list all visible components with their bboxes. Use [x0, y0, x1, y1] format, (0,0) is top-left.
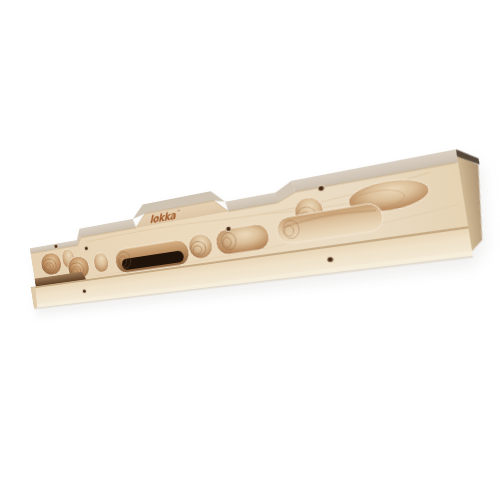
screw-hole-rail-right — [326, 256, 334, 263]
screw-hole-face-left — [84, 246, 89, 251]
screw-hole-rail-left — [82, 289, 87, 294]
screw-hole-face-upper-right — [317, 185, 325, 192]
screw-hole-block-top — [54, 244, 59, 249]
product-photo-canvas: lokka™ — [0, 0, 500, 500]
hangboard-graphic: lokka™ — [20, 131, 495, 312]
hangboard: lokka™ — [20, 131, 495, 312]
screw-hole-face-center — [225, 226, 231, 232]
